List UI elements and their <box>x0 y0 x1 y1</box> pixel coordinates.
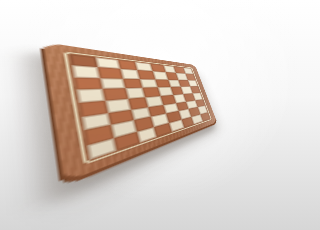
chess-board <box>43 42 217 183</box>
product-photo-background <box>0 0 230 230</box>
board-frame <box>43 42 217 183</box>
frame-inlay-line <box>62 51 212 166</box>
